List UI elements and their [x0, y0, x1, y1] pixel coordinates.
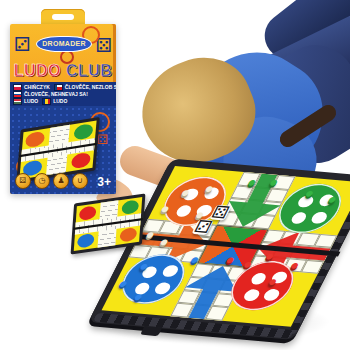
mini-home-orange	[119, 227, 137, 243]
red-pawn: ●	[241, 257, 256, 271]
white-pawn: ●	[178, 185, 193, 199]
pawn-icon: ♟	[53, 173, 69, 189]
feature-icons: ⚄◷♟∪	[15, 173, 88, 189]
hu-flag-icon	[13, 98, 22, 105]
pocket-ludo-board	[71, 193, 146, 254]
blue-pawn: ●	[131, 289, 146, 303]
language-item: CHIŃCZYK	[13, 84, 50, 91]
language-item: LUDO	[42, 98, 67, 105]
board-face: ⚄⚂ ●●●●●●●●●●●●●●●●●●●	[102, 166, 350, 327]
language-list: CHIŃCZYKČLOVĚČE, NEZLOB SE!ČLOVEČE, NEHN…	[10, 82, 116, 106]
red-pawn: ●	[223, 252, 238, 266]
language-item: LUDO	[13, 98, 38, 105]
title-word-ludo: LUDO	[14, 62, 61, 79]
blue-pawn: ●	[188, 252, 203, 266]
cz-flag-icon	[54, 84, 63, 91]
die-decoration-icon: ⚂	[14, 35, 31, 54]
language-label: LUDO	[53, 98, 67, 104]
product-title: LUDO CLUB	[10, 62, 116, 82]
mini-home-red	[71, 152, 91, 169]
pl-flag-icon	[13, 84, 22, 91]
mini-board-face	[74, 197, 142, 251]
magnet-icon: ∪	[72, 173, 88, 189]
product-box: ⚂ ⚄ DROMADER LUDO CLUB CHIŃCZYKČLOVĚČE, …	[10, 24, 116, 194]
dice-icon: ⚄	[15, 173, 31, 189]
ro-flag-icon	[42, 98, 51, 105]
green-pawn: ●	[245, 174, 260, 188]
product-photo-stage: ⚂ ⚄ DROMADER LUDO CLUB CHIŃCZYKČLOVĚČE, …	[0, 0, 350, 350]
title-word-club: CLUB	[66, 62, 112, 79]
white-pawn: ●	[158, 201, 173, 215]
language-label: ČLOVĚČE, NEZLOB SE!	[65, 84, 116, 90]
red-pawn: ●	[265, 274, 280, 288]
language-label: CHIŃCZYK	[24, 84, 50, 90]
green-pawn: ●	[267, 175, 282, 189]
euro-slot	[52, 14, 74, 20]
mini-board-face	[19, 121, 96, 180]
language-item: ČLOVEČE, NEHNEVAJ SA!	[13, 91, 88, 98]
age-badge: 3+	[97, 175, 111, 189]
white-pawn: ●	[202, 181, 217, 195]
language-label: ČLOVEČE, NEHNEVAJ SA!	[24, 91, 88, 97]
sk-flag-icon	[13, 91, 22, 98]
box-front: ⚂ ⚄ DROMADER LUDO CLUB CHIŃCZYKČLOVĚČE, …	[10, 24, 116, 194]
ludo-board: ⚄⚂ ●●●●●●●●●●●●●●●●●●●	[102, 166, 350, 327]
red-pawn: ●	[287, 258, 302, 272]
language-label: LUDO	[24, 98, 38, 104]
language-item: ČLOVĚČE, NEZLOB SE!	[54, 84, 116, 91]
box-top-band: ⚂ ⚄ DROMADER	[10, 24, 116, 62]
blue-pawn: ●	[116, 276, 131, 290]
die-decoration-icon: ⚃	[97, 132, 108, 147]
box-art-panel: ⚃ ⚄◷♟∪ 3+	[10, 106, 116, 194]
green-pawn: ●	[303, 185, 318, 199]
mini-home-blue	[77, 233, 95, 249]
timer-icon: ◷	[34, 173, 50, 189]
blue-pawn: ●	[137, 258, 152, 272]
brand-logo: DROMADER	[36, 36, 92, 52]
green-pawn: ●	[325, 192, 340, 206]
